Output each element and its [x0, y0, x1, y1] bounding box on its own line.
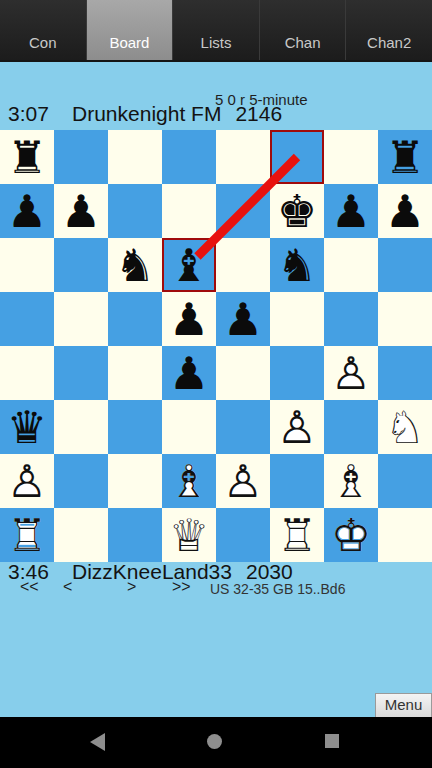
top-player-bar: 3:07 Drunkenight FM 2146: [8, 102, 282, 126]
white-pawn-f3: ♟♙: [270, 400, 324, 454]
square-c6[interactable]: ♞: [108, 238, 162, 292]
app-screen: Con Board Lists Chan Chan2 5 0 r 5-minut…: [0, 0, 432, 768]
square-e4[interactable]: [216, 346, 270, 400]
black-pawn-d4: ♟: [162, 346, 216, 400]
square-h6[interactable]: [378, 238, 432, 292]
black-pawn-b7: ♟: [54, 184, 108, 238]
move-next-button[interactable]: >: [127, 578, 136, 596]
move-first-button[interactable]: <<: [20, 578, 39, 596]
tab-board[interactable]: Board: [87, 0, 174, 60]
top-player-name: Drunkenight FM: [72, 102, 221, 126]
square-g1[interactable]: ♚♔: [324, 508, 378, 562]
square-g6[interactable]: [324, 238, 378, 292]
square-e6[interactable]: [216, 238, 270, 292]
white-knight-h3: ♞♘: [378, 400, 432, 454]
square-a6[interactable]: [0, 238, 54, 292]
square-b2[interactable]: [54, 454, 108, 508]
white-pawn-g4: ♟♙: [324, 346, 378, 400]
black-king-f7: ♚: [270, 184, 324, 238]
square-b3[interactable]: [54, 400, 108, 454]
black-pawn-g7: ♟: [324, 184, 378, 238]
square-h8[interactable]: ♜: [378, 130, 432, 184]
android-nav-bar: [0, 717, 432, 768]
square-d2[interactable]: ♝♗: [162, 454, 216, 508]
black-rook-a8: ♜: [0, 130, 54, 184]
square-a4[interactable]: [0, 346, 54, 400]
square-d4[interactable]: ♟: [162, 346, 216, 400]
black-queen-a3: ♛: [0, 400, 54, 454]
square-c5[interactable]: [108, 292, 162, 346]
square-f3[interactable]: ♟♙: [270, 400, 324, 454]
black-pawn-d5: ♟: [162, 292, 216, 346]
square-c1[interactable]: [108, 508, 162, 562]
square-e8[interactable]: [216, 130, 270, 184]
square-a7[interactable]: ♟: [0, 184, 54, 238]
square-e2[interactable]: ♟♙: [216, 454, 270, 508]
black-pawn-a7: ♟: [0, 184, 54, 238]
tab-lists[interactable]: Lists: [173, 0, 260, 60]
square-g5[interactable]: [324, 292, 378, 346]
move-prev-button[interactable]: <: [63, 578, 72, 596]
tab-chan[interactable]: Chan: [260, 0, 347, 60]
square-b5[interactable]: [54, 292, 108, 346]
black-pawn-e5: ♟: [216, 292, 270, 346]
square-b8[interactable]: [54, 130, 108, 184]
black-knight-c6: ♞: [108, 238, 162, 292]
square-e7[interactable]: [216, 184, 270, 238]
white-rook-a1: ♜♖: [0, 508, 54, 562]
square-g3[interactable]: [324, 400, 378, 454]
square-a1[interactable]: ♜♖: [0, 508, 54, 562]
back-icon[interactable]: [90, 733, 105, 751]
square-f6[interactable]: ♞: [270, 238, 324, 292]
tab-chan2[interactable]: Chan2: [346, 0, 432, 60]
tab-con[interactable]: Con: [0, 0, 87, 60]
bottom-player-name: DizzKneeLand33: [72, 560, 232, 584]
square-c7[interactable]: [108, 184, 162, 238]
square-a3[interactable]: ♛: [0, 400, 54, 454]
square-h4[interactable]: [378, 346, 432, 400]
menu-button[interactable]: Menu: [375, 693, 432, 718]
square-b4[interactable]: [54, 346, 108, 400]
square-b1[interactable]: [54, 508, 108, 562]
square-c3[interactable]: [108, 400, 162, 454]
square-d7[interactable]: [162, 184, 216, 238]
game-status-text: US 32-35 GB 15..Bd6: [210, 581, 345, 597]
black-pawn-h7: ♟: [378, 184, 432, 238]
white-king-g1: ♚♔: [324, 508, 378, 562]
square-d6[interactable]: ♝: [162, 238, 216, 292]
white-rook-f1: ♜♖: [270, 508, 324, 562]
square-d3[interactable]: [162, 400, 216, 454]
white-bishop-d2: ♝♗: [162, 454, 216, 508]
black-rook-h8: ♜: [378, 130, 432, 184]
square-a5[interactable]: [0, 292, 54, 346]
square-a2[interactable]: ♟♙: [0, 454, 54, 508]
black-bishop-d6: ♝: [162, 238, 216, 292]
square-f2[interactable]: [270, 454, 324, 508]
square-g4[interactable]: ♟♙: [324, 346, 378, 400]
square-g7[interactable]: ♟: [324, 184, 378, 238]
square-e3[interactable]: [216, 400, 270, 454]
square-h1[interactable]: [378, 508, 432, 562]
square-f1[interactable]: ♜♖: [270, 508, 324, 562]
square-f5[interactable]: [270, 292, 324, 346]
white-queen-d1: ♛♕: [162, 508, 216, 562]
recents-icon[interactable]: [325, 734, 339, 748]
home-icon[interactable]: [207, 734, 222, 749]
square-c2[interactable]: [108, 454, 162, 508]
top-player-clock: 3:07: [8, 102, 52, 126]
black-knight-f6: ♞: [270, 238, 324, 292]
square-b7[interactable]: ♟: [54, 184, 108, 238]
square-c4[interactable]: [108, 346, 162, 400]
square-h5[interactable]: [378, 292, 432, 346]
square-h3[interactable]: ♞♘: [378, 400, 432, 454]
square-d5[interactable]: ♟: [162, 292, 216, 346]
square-f4[interactable]: [270, 346, 324, 400]
move-last-button[interactable]: >>: [172, 578, 191, 596]
white-bishop-g2: ♝♗: [324, 454, 378, 508]
square-b6[interactable]: [54, 238, 108, 292]
square-h7[interactable]: ♟: [378, 184, 432, 238]
chess-board: ♜♜♟♟♚♟♟♞♝♞♟♟♟♟♙♛♟♙♞♘♟♙♝♗♟♙♝♗♜♖♛♕♜♖♚♔: [0, 130, 432, 562]
square-g2[interactable]: ♝♗: [324, 454, 378, 508]
square-a8[interactable]: ♜: [0, 130, 54, 184]
square-e1[interactable]: [216, 508, 270, 562]
white-pawn-e2: ♟♙: [216, 454, 270, 508]
top-player-rating: 2146: [235, 102, 282, 126]
square-f7[interactable]: ♚: [270, 184, 324, 238]
square-e5[interactable]: ♟: [216, 292, 270, 346]
highlight-f8: [270, 130, 324, 184]
tab-bar: Con Board Lists Chan Chan2: [0, 0, 432, 62]
square-d1[interactable]: ♛♕: [162, 508, 216, 562]
square-h2[interactable]: [378, 454, 432, 508]
square-c8[interactable]: [108, 130, 162, 184]
square-g8[interactable]: [324, 130, 378, 184]
square-d8[interactable]: [162, 130, 216, 184]
square-f8[interactable]: [270, 130, 324, 184]
white-pawn-a2: ♟♙: [0, 454, 54, 508]
